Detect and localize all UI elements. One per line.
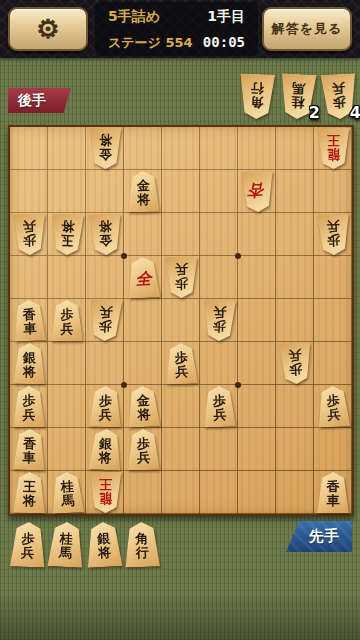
shogi-piece-歩兵[interactable]: 歩兵: [202, 299, 236, 341]
board-cell-r8-c1[interactable]: 香車: [10, 428, 48, 471]
piece-kanji: 歩: [61, 308, 74, 322]
piece-kanji: 兵: [326, 219, 339, 233]
piece-kanji: 龍: [327, 147, 340, 161]
piece-kanji: 兵: [213, 408, 226, 422]
shogi-piece-歩兵[interactable]: 歩兵: [12, 214, 46, 256]
settings-button[interactable]: ⚙: [8, 7, 88, 51]
shogi-piece-香車[interactable]: 香車: [12, 428, 46, 470]
shogi-piece-桂馬[interactable]: 桂馬: [49, 471, 84, 514]
top-bar: ⚙ 5手詰め 1手目 ステージ 554 00:05 解答を見る: [0, 0, 360, 58]
piece-kanji: 行: [251, 81, 264, 95]
shogi-piece-杏[interactable]: 杏: [240, 170, 274, 212]
piece-kanji: 兵: [98, 408, 111, 422]
shogi-piece-玉将[interactable]: 玉将: [50, 213, 84, 255]
stage-label: ステージ: [108, 35, 161, 50]
piece-kanji: 将: [98, 451, 112, 465]
hoshi-dot: [235, 253, 241, 259]
show-answer-button[interactable]: 解答を見る: [262, 7, 352, 51]
timer: 00:05: [203, 35, 245, 49]
hand-piece-count: 2: [309, 103, 320, 122]
piece-kanji: 歩: [22, 233, 35, 247]
piece-kanji: 車: [22, 451, 35, 465]
shogi-piece-桂馬[interactable]: 桂馬: [279, 73, 317, 120]
gote-badge: 後手: [8, 88, 71, 113]
piece-kanji: 兵: [288, 348, 302, 362]
board-cell-r7-c3[interactable]: 歩兵: [86, 385, 124, 428]
piece-kanji: 歩: [332, 95, 346, 109]
shogi-piece-歩兵[interactable]: 歩兵: [202, 385, 236, 427]
piece-kanji: 香: [327, 480, 340, 494]
sente-hand-piece-銀将[interactable]: 銀将: [86, 522, 122, 567]
piece-kanji: 馬: [61, 494, 75, 508]
board-cell-r7-c4[interactable]: 金将: [124, 385, 162, 428]
piece-kanji: 歩: [175, 276, 188, 290]
shogi-piece-金将[interactable]: 金将: [126, 171, 160, 213]
shogi-piece-龍王[interactable]: 龍王: [317, 128, 350, 169]
board-cell-r3-c1[interactable]: 歩兵: [10, 213, 48, 256]
board-cell-r5-c6[interactable]: 歩兵: [200, 299, 238, 342]
piece-kanji: 金: [98, 233, 111, 247]
shogi-piece-歩兵[interactable]: 歩兵: [320, 73, 358, 120]
piece-kanji: 将: [61, 219, 74, 233]
piece-kanji: 車: [23, 322, 37, 336]
board-cell-r3-c3[interactable]: 金将: [86, 213, 124, 256]
shogi-board[interactable]: 金将龍王金将杏歩兵玉将金将歩兵全歩兵香車歩兵歩兵歩兵銀将歩兵歩兵歩兵歩兵金将歩兵…: [8, 125, 354, 516]
board-cell-r3-c2[interactable]: 玉将: [48, 213, 86, 256]
shogi-piece-桂馬[interactable]: 桂馬: [47, 521, 85, 568]
piece-kanji: 将: [22, 365, 35, 379]
sente-badge: 先手: [286, 521, 352, 552]
piece-kanji: 馬: [292, 81, 306, 95]
piece-kanji: 兵: [175, 262, 188, 276]
piece-kanji: 将: [137, 408, 151, 422]
piece-kanji: 兵: [23, 408, 36, 422]
board-cell-r4-c4[interactable]: 全: [124, 256, 162, 299]
shogi-piece-龍王[interactable]: 龍王: [89, 472, 122, 513]
piece-kanji: 歩: [23, 394, 36, 408]
shogi-piece-金将[interactable]: 金将: [125, 385, 160, 428]
shogi-piece-角行[interactable]: 角行: [238, 73, 276, 119]
sente-hand-piece-歩兵[interactable]: 歩兵: [10, 522, 46, 567]
board-cell-r8-c4[interactable]: 歩兵: [124, 428, 162, 471]
piece-kanji: 将: [137, 193, 150, 207]
board-cell-r6-c8[interactable]: 歩兵: [276, 342, 314, 385]
shogi-piece-角行[interactable]: 角行: [123, 521, 161, 567]
piece-kanji: 歩: [212, 319, 225, 333]
piece-kanji: 兵: [213, 305, 226, 319]
shogi-piece-金将[interactable]: 金将: [88, 213, 122, 255]
board-cell-r7-c9[interactable]: 歩兵: [314, 385, 352, 428]
shogi-piece-歩兵[interactable]: 歩兵: [315, 385, 350, 428]
gote-hand-piece-歩兵[interactable]: 歩兵4: [321, 74, 357, 119]
piece-kanji: 車: [327, 494, 340, 508]
shogi-piece-歩兵[interactable]: 歩兵: [88, 386, 122, 428]
piece-kanji: 将: [98, 219, 111, 233]
board-cell-r3-c9[interactable]: 歩兵: [314, 213, 352, 256]
piece-kanji: 金: [99, 147, 112, 161]
shogi-piece-歩兵[interactable]: 歩兵: [87, 299, 122, 342]
app-screen: ⚙ 5手詰め 1手目 ステージ 554 00:05 解答を見る 後手 角行桂馬2…: [0, 0, 360, 640]
gote-hand-piece-桂馬[interactable]: 桂馬2: [280, 74, 316, 119]
piece-kanji: 杏: [249, 181, 266, 198]
shogi-piece-銀将[interactable]: 銀将: [87, 428, 122, 471]
shogi-piece-歩兵[interactable]: 歩兵: [165, 257, 198, 298]
piece-kanji: 兵: [61, 322, 74, 336]
piece-kanji: 角: [250, 95, 263, 109]
board-cell-r7-c1[interactable]: 歩兵: [10, 385, 48, 428]
piece-kanji: 将: [99, 133, 112, 147]
gear-icon: ⚙: [36, 14, 59, 45]
piece-kanji: 玉: [60, 233, 73, 247]
piece-kanji: 歩: [326, 233, 339, 247]
piece-kanji: 桂: [291, 95, 305, 109]
board-cell-r1-c3[interactable]: 金将: [86, 127, 124, 170]
piece-kanji: 兵: [175, 365, 188, 379]
shogi-piece-銀将[interactable]: 銀将: [12, 343, 46, 385]
shogi-piece-銀将[interactable]: 銀将: [85, 521, 123, 568]
board-cell-r2-c4[interactable]: 金将: [124, 170, 162, 213]
piece-kanji: 王: [327, 133, 340, 147]
move-counter: 1手目: [207, 9, 245, 23]
shogi-piece-香車[interactable]: 香車: [317, 472, 350, 513]
piece-kanji: 兵: [99, 305, 113, 319]
shogi-piece-全[interactable]: 全: [125, 256, 160, 299]
board-cell-r7-c6[interactable]: 歩兵: [200, 385, 238, 428]
puzzle-type-label: 5手詰め: [108, 9, 160, 23]
shogi-piece-香車[interactable]: 香車: [11, 299, 46, 342]
piece-kanji: 兵: [21, 546, 34, 560]
piece-kanji: 将: [98, 546, 112, 560]
board-cell-r4-c5[interactable]: 歩兵: [162, 256, 200, 299]
piece-kanji: 王: [99, 477, 112, 491]
board-cell-r6-c1[interactable]: 銀将: [10, 342, 48, 385]
piece-kanji: 龍: [99, 491, 112, 505]
piece-kanji: 兵: [137, 451, 150, 465]
puzzle-info-panel: 5手詰め 1手目 ステージ 554 00:05: [95, 2, 258, 56]
piece-kanji: 全: [135, 270, 152, 287]
gote-hand-piece-角行[interactable]: 角行: [239, 74, 275, 119]
piece-kanji: 兵: [332, 81, 346, 95]
board-cell-r5-c2[interactable]: 歩兵: [48, 299, 86, 342]
shogi-piece-歩兵[interactable]: 歩兵: [9, 521, 47, 567]
board-cell-r2-c7[interactable]: 杏: [238, 170, 276, 213]
gote-captured-tray: 角行桂馬2歩兵4: [239, 74, 357, 119]
stage-text: ステージ 554: [108, 36, 193, 49]
board-cell-r5-c3[interactable]: 歩兵: [86, 299, 124, 342]
piece-kanji: 歩: [98, 319, 112, 333]
board-cell-r9-c3[interactable]: 龍王: [86, 471, 124, 514]
board-cell-r9-c9[interactable]: 香車: [314, 471, 352, 514]
shogi-piece-金将[interactable]: 金将: [89, 128, 122, 169]
piece-kanji: 将: [22, 494, 35, 508]
shogi-piece-歩兵[interactable]: 歩兵: [51, 300, 84, 341]
piece-kanji: 兵: [22, 219, 35, 233]
shogi-piece-王将[interactable]: 王将: [12, 472, 46, 514]
shogi-piece-歩兵[interactable]: 歩兵: [164, 342, 198, 384]
piece-kanji: 歩: [288, 362, 302, 376]
piece-kanji: 行: [136, 546, 149, 560]
piece-kanji: 兵: [327, 408, 341, 422]
stage-number: 554: [165, 35, 192, 50]
piece-kanji: 馬: [59, 546, 73, 560]
shogi-piece-歩兵[interactable]: 歩兵: [126, 429, 160, 471]
shogi-piece-歩兵[interactable]: 歩兵: [277, 342, 312, 385]
shogi-piece-歩兵[interactable]: 歩兵: [316, 213, 350, 255]
board-cell-r1-c9[interactable]: 龍王: [314, 127, 352, 170]
board-cell-r9-c1[interactable]: 王将: [10, 471, 48, 514]
sente-hand-piece-角行[interactable]: 角行: [124, 522, 160, 567]
sente-captured-tray: 歩兵桂馬銀将角行: [10, 522, 160, 567]
board-cell-r9-c2[interactable]: 桂馬: [48, 471, 86, 514]
shogi-piece-歩兵[interactable]: 歩兵: [13, 386, 46, 427]
sente-hand-piece-桂馬[interactable]: 桂馬: [48, 522, 84, 567]
board-cell-r5-c1[interactable]: 香車: [10, 299, 48, 342]
board-cell-r8-c3[interactable]: 銀将: [86, 428, 124, 471]
board-cell-r6-c5[interactable]: 歩兵: [162, 342, 200, 385]
